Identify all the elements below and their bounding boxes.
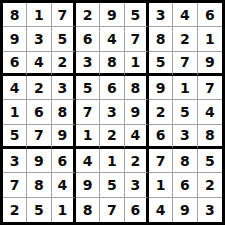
sudoku-cell-r8c7[interactable]: 1 [149,173,173,197]
sudoku-cell-r8c3[interactable]: 4 [52,173,76,197]
sudoku-cell-r4c1[interactable]: 4 [3,76,27,100]
sudoku-cell-r1c9[interactable]: 6 [198,3,222,27]
sudoku-cell-r9c6[interactable]: 6 [125,198,149,222]
sudoku-cell-r6c2[interactable]: 7 [27,125,51,149]
sudoku-cell-r4c8[interactable]: 1 [173,76,197,100]
sudoku-cell-r1c2[interactable]: 1 [27,3,51,27]
sudoku-cell-r4c7[interactable]: 9 [149,76,173,100]
sudoku-cell-r3c5[interactable]: 8 [100,52,124,76]
sudoku-cell-r7c9[interactable]: 5 [198,149,222,173]
sudoku-cell-r6c4[interactable]: 1 [76,125,100,149]
sudoku-cell-r5c5[interactable]: 3 [100,100,124,124]
sudoku-cell-r6c1[interactable]: 5 [3,125,27,149]
sudoku-cell-r7c7[interactable]: 7 [149,149,173,173]
sudoku-cell-r1c5[interactable]: 9 [100,3,124,27]
sudoku-cell-r5c8[interactable]: 5 [173,100,197,124]
sudoku-cell-r9c2[interactable]: 5 [27,198,51,222]
sudoku-cell-r5c4[interactable]: 7 [76,100,100,124]
sudoku-cell-r8c4[interactable]: 9 [76,173,100,197]
sudoku-cell-r1c8[interactable]: 4 [173,3,197,27]
sudoku-cell-r5c2[interactable]: 6 [27,100,51,124]
sudoku-cell-r2c5[interactable]: 4 [100,27,124,51]
sudoku-cell-r2c7[interactable]: 8 [149,27,173,51]
sudoku-cell-r7c6[interactable]: 2 [125,149,149,173]
sudoku-cell-r6c6[interactable]: 4 [125,125,149,149]
sudoku-cell-r9c3[interactable]: 1 [52,198,76,222]
sudoku-cell-r7c5[interactable]: 1 [100,149,124,173]
sudoku-cell-r6c3[interactable]: 9 [52,125,76,149]
sudoku-cell-r1c1[interactable]: 8 [3,3,27,27]
sudoku-cell-r4c2[interactable]: 2 [27,76,51,100]
sudoku-cell-r8c1[interactable]: 7 [3,173,27,197]
sudoku-cell-r8c5[interactable]: 5 [100,173,124,197]
sudoku-cell-r2c4[interactable]: 6 [76,27,100,51]
sudoku-cell-r1c3[interactable]: 7 [52,3,76,27]
sudoku-cell-r8c8[interactable]: 6 [173,173,197,197]
sudoku-cell-r8c9[interactable]: 2 [198,173,222,197]
sudoku-cell-r1c4[interactable]: 2 [76,3,100,27]
sudoku-cell-r3c7[interactable]: 5 [149,52,173,76]
sudoku-cell-r1c6[interactable]: 5 [125,3,149,27]
sudoku-cell-r3c6[interactable]: 1 [125,52,149,76]
sudoku-cell-r3c4[interactable]: 3 [76,52,100,76]
sudoku-cell-r5c7[interactable]: 2 [149,100,173,124]
sudoku-cell-r7c4[interactable]: 4 [76,149,100,173]
sudoku-cell-r4c5[interactable]: 6 [100,76,124,100]
sudoku-cell-r9c7[interactable]: 4 [149,198,173,222]
sudoku-cell-r6c7[interactable]: 6 [149,125,173,149]
sudoku-cell-r3c9[interactable]: 9 [198,52,222,76]
sudoku-cell-r8c2[interactable]: 8 [27,173,51,197]
sudoku-cell-r3c8[interactable]: 7 [173,52,197,76]
sudoku-cell-r7c1[interactable]: 3 [3,149,27,173]
sudoku-cell-r1c7[interactable]: 3 [149,3,173,27]
sudoku-cell-r8c6[interactable]: 3 [125,173,149,197]
sudoku-cell-r9c1[interactable]: 2 [3,198,27,222]
sudoku-cell-r9c8[interactable]: 9 [173,198,197,222]
sudoku-board: 8172953469356478216423815794235689171687… [0,0,225,225]
sudoku-cell-r4c3[interactable]: 3 [52,76,76,100]
sudoku-cell-r6c8[interactable]: 3 [173,125,197,149]
sudoku-cell-r2c8[interactable]: 2 [173,27,197,51]
sudoku-cell-r3c3[interactable]: 2 [52,52,76,76]
sudoku-cell-r9c4[interactable]: 8 [76,198,100,222]
sudoku-cell-r9c5[interactable]: 7 [100,198,124,222]
sudoku-cell-r2c1[interactable]: 9 [3,27,27,51]
sudoku-cell-r4c9[interactable]: 7 [198,76,222,100]
sudoku-cell-r4c6[interactable]: 8 [125,76,149,100]
sudoku-cell-r2c6[interactable]: 7 [125,27,149,51]
sudoku-cell-r3c1[interactable]: 6 [3,52,27,76]
sudoku-cell-r5c6[interactable]: 9 [125,100,149,124]
sudoku-cell-r2c2[interactable]: 3 [27,27,51,51]
sudoku-cell-r7c3[interactable]: 6 [52,149,76,173]
sudoku-cell-r2c9[interactable]: 1 [198,27,222,51]
sudoku-cell-r2c3[interactable]: 5 [52,27,76,51]
sudoku-cell-r7c2[interactable]: 9 [27,149,51,173]
sudoku-cell-r5c3[interactable]: 8 [52,100,76,124]
sudoku-cell-r3c2[interactable]: 4 [27,52,51,76]
sudoku-cell-r4c4[interactable]: 5 [76,76,100,100]
sudoku-cell-r9c9[interactable]: 3 [198,198,222,222]
sudoku-cell-r6c5[interactable]: 2 [100,125,124,149]
sudoku-cell-r5c1[interactable]: 1 [3,100,27,124]
sudoku-cell-r7c8[interactable]: 8 [173,149,197,173]
sudoku-cell-r6c9[interactable]: 8 [198,125,222,149]
sudoku-cell-r5c9[interactable]: 4 [198,100,222,124]
